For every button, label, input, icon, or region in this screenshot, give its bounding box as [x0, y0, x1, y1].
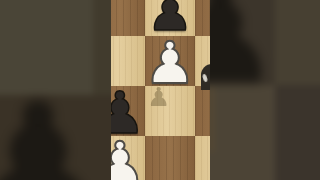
white-pawn: ♟ — [145, 36, 195, 86]
square-r2c2: ♟ — [145, 36, 195, 86]
blurred-background-right: ♟ — [210, 0, 320, 180]
blurred-background-left-inner: ♟ — [0, 0, 111, 180]
blurred-dark-piece-icon: ♟ — [210, 0, 279, 100]
video-edge-glow — [210, 87, 213, 152]
blurred-black-pawn-icon: ♟ — [0, 82, 111, 180]
blurred-background-right-inner: ♟ — [210, 0, 320, 180]
bg-square-bottom-right — [275, 85, 320, 180]
square-r3c2: ♟ — [145, 86, 195, 136]
video-frame: ♟ ♟ ♟ ♟ — [0, 0, 320, 180]
ghost-pawn-icon: ♟ — [147, 84, 170, 110]
blurred-background-left: ♟ — [0, 0, 111, 180]
chess-board: ♟ ♟ ♟ ♟ ♟ — [111, 0, 210, 180]
square-r1c1 — [111, 0, 145, 36]
white-pawn: ♟ — [111, 136, 145, 180]
square-r3c3 — [195, 86, 210, 136]
square-r1c3 — [195, 0, 210, 36]
square-r2c1 — [111, 36, 145, 86]
square-r1c2: ♟ — [145, 0, 195, 36]
square-r4c1: ♟ — [111, 136, 145, 180]
square-r3c1: ♟ — [111, 86, 145, 136]
square-r4c3 — [195, 136, 210, 180]
chess-video-surface[interactable]: ♟ ♟ ♟ ♟ ♟ — [111, 0, 210, 180]
bg-square-top-right — [275, 0, 320, 85]
square-r4c2 — [145, 136, 195, 180]
black-pawn: ♟ — [145, 0, 195, 36]
black-pawn: ♟ — [111, 86, 145, 136]
